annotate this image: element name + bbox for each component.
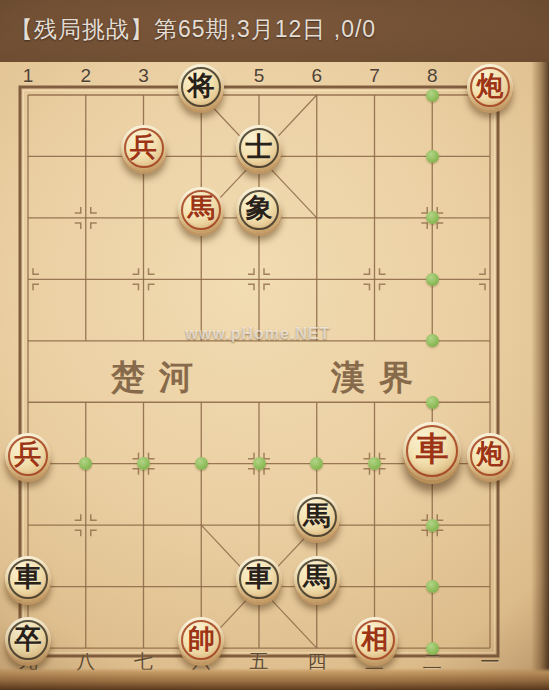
piece-red-soldier-a[interactable]: 兵: [121, 125, 167, 171]
watermark: www.pHome.NET: [186, 325, 331, 343]
piece-black-horse-a[interactable]: 馬: [294, 494, 340, 540]
move-hint-dot[interactable]: [426, 396, 439, 409]
piece-black-horse-b[interactable]: 馬: [294, 556, 340, 602]
piece-red-horse[interactable]: 馬: [178, 187, 224, 233]
piece-glyph: 車: [246, 564, 273, 591]
top-file-label-3: 3: [138, 65, 149, 87]
piece-glyph: 馬: [303, 564, 330, 591]
piece-glyph: 炮: [477, 73, 504, 100]
top-file-label-1: 1: [23, 65, 34, 87]
bottom-file-label-3: 七: [134, 649, 153, 675]
piece-red-cannon-b[interactable]: 炮: [467, 433, 513, 479]
xiangqi-board[interactable]: 123456789九八七六五四三二一 楚河 漢界 www.pHome.NET 将…: [0, 62, 549, 690]
move-hint-dot[interactable]: [426, 273, 439, 286]
piece-red-cannon-a[interactable]: 炮: [467, 64, 513, 110]
title-bar: 【残局挑战】第65期,3月12日 ,0/0: [0, 0, 549, 62]
piece-black-general[interactable]: 将: [178, 64, 224, 110]
piece-glyph: 兵: [15, 441, 42, 468]
move-hint-dot[interactable]: [253, 457, 266, 470]
piece-glyph: 象: [246, 195, 273, 222]
piece-red-general[interactable]: 帥: [178, 617, 224, 663]
app-screen: 【残局挑战】第65期,3月12日 ,0/0 123456789九八七六五四三二一…: [0, 0, 549, 690]
bottom-file-label-6: 四: [307, 649, 326, 675]
piece-glyph: 車: [416, 433, 449, 466]
top-file-label-5: 5: [254, 65, 265, 87]
piece-glyph: 兵: [130, 134, 157, 161]
piece-glyph: 車: [15, 564, 42, 591]
move-hint-dot[interactable]: [426, 334, 439, 347]
piece-black-chariot-b[interactable]: 車: [236, 556, 282, 602]
piece-black-soldier[interactable]: 卒: [5, 617, 51, 663]
move-hint-dot[interactable]: [426, 150, 439, 163]
piece-glyph: 帥: [188, 626, 215, 653]
piece-glyph: 士: [246, 134, 273, 161]
move-hint-dot[interactable]: [195, 457, 208, 470]
piece-red-elephant[interactable]: 相: [352, 617, 398, 663]
river-label-left: 楚河: [97, 355, 207, 401]
piece-glyph: 相: [361, 626, 388, 653]
piece-glyph: 馬: [188, 195, 215, 222]
top-file-label-6: 6: [311, 65, 322, 87]
bottom-file-label-9: 一: [481, 649, 500, 675]
river-label-right: 漢界: [317, 355, 427, 401]
bottom-file-label-5: 五: [250, 649, 269, 675]
piece-glyph: 炮: [477, 441, 504, 468]
piece-glyph: 馬: [303, 503, 330, 530]
bottom-file-label-2: 八: [76, 649, 95, 675]
top-file-label-2: 2: [80, 65, 91, 87]
top-file-label-8: 8: [427, 65, 438, 87]
piece-red-soldier-b[interactable]: 兵: [5, 433, 51, 479]
piece-black-elephant[interactable]: 象: [236, 187, 282, 233]
piece-glyph: 将: [188, 73, 215, 100]
move-hint-dot[interactable]: [426, 89, 439, 102]
challenge-title: 【残局挑战】第65期,3月12日 ,0/0: [10, 14, 376, 45]
piece-black-chariot-a[interactable]: 車: [5, 556, 51, 602]
piece-red-chariot[interactable]: 車: [403, 422, 461, 480]
move-hint-dot[interactable]: [426, 580, 439, 593]
piece-glyph: 卒: [15, 626, 42, 653]
move-hint-dot[interactable]: [426, 642, 439, 655]
top-file-label-7: 7: [369, 65, 380, 87]
move-hint-dot[interactable]: [426, 519, 439, 532]
